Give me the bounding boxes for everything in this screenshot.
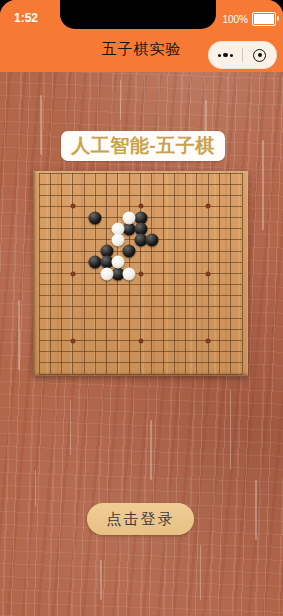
battery-indicator: 100% [222,12,276,26]
scratch-mark [255,480,257,540]
clock-text: 1:52 [14,11,38,25]
star-point [138,338,143,343]
white-stone [123,267,136,280]
star-point [206,338,211,343]
scratch-mark [70,400,71,455]
gomoku-board[interactable] [33,171,248,376]
grid-line [242,173,243,374]
phone-screen: 1:52 100% 五子棋实验 人工智能-五子棋 点击登录 [0,0,283,616]
game-title-plate: 人工智能-五子棋 [61,131,225,161]
black-stone [145,233,158,246]
battery-percent-text: 100% [222,14,248,25]
grid-line [39,351,242,352]
grid-line [151,173,152,374]
star-point [138,271,143,276]
grid-line [219,173,220,374]
scratch-mark [100,560,102,600]
grid-line [39,306,242,307]
star-point [70,271,75,276]
scratch-mark [150,420,152,480]
scratch-mark [230,390,231,470]
scratch-mark [200,545,201,600]
more-icon[interactable] [209,53,242,58]
board-grid [39,173,242,374]
grid-line [39,329,242,330]
login-button[interactable]: 点击登录 [87,503,194,535]
grid-line [39,295,242,296]
grid-line [39,284,242,285]
star-point [70,338,75,343]
black-stone [89,211,102,224]
grid-line [174,173,175,374]
white-stone [111,256,124,269]
star-point [70,204,75,209]
star-point [206,204,211,209]
white-stone [123,211,136,224]
scratch-mark [205,100,207,134]
star-point [206,271,211,276]
game-title-text: 人工智能-五子棋 [71,133,214,159]
grid-line [196,173,197,374]
white-stone [100,267,113,280]
grid-line [185,173,186,374]
scratch-mark [262,140,264,230]
miniprogram-capsule[interactable] [208,41,277,69]
scratch-mark [120,80,121,120]
grid-line [163,173,164,374]
grid-line [39,318,242,319]
grid-line [39,374,242,375]
scratch-mark [40,95,42,155]
status-and-nav-bar: 1:52 100% 五子棋实验 [0,0,283,72]
exit-icon[interactable] [243,49,276,62]
scratch-mark [18,300,20,370]
grid-line [230,173,231,374]
phone-notch [60,0,216,29]
white-stone [111,233,124,246]
battery-icon [252,12,276,26]
black-stone [123,245,136,258]
grid-line [39,362,242,363]
star-point [138,204,143,209]
scratch-mark [35,470,36,506]
